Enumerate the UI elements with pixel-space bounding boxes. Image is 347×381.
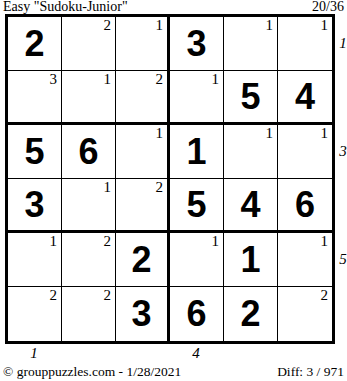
corner-mark: 1: [212, 234, 220, 249]
corner-mark: 1: [156, 126, 164, 141]
row-label-1: 1: [339, 36, 347, 51]
cell-r2c5[interactable]: 5: [224, 71, 278, 125]
cell-r2c3[interactable]: 2: [116, 71, 170, 125]
cell-r6c6[interactable]: 2: [278, 287, 332, 341]
corner-mark: 2: [156, 180, 164, 195]
puzzle-page: Easy "Sudoku-Junior" 20/36 2213113121545…: [0, 0, 347, 381]
corner-mark: 1: [50, 234, 58, 249]
cell-r4c6[interactable]: 6: [278, 179, 332, 233]
corner-mark: 1: [321, 126, 329, 141]
cell-r3c3[interactable]: 1: [116, 125, 170, 179]
cell-r5c6[interactable]: 1: [278, 233, 332, 287]
cell-r3c4[interactable]: 1: [170, 125, 224, 179]
cell-r4c3[interactable]: 2: [116, 179, 170, 233]
cell-r5c1[interactable]: 1: [8, 233, 62, 287]
corner-mark: 1: [266, 18, 274, 33]
given-digit: 5: [8, 125, 61, 178]
cell-r2c1[interactable]: 3: [8, 71, 62, 125]
corner-mark: 1: [104, 180, 112, 195]
cell-r6c2[interactable]: 2: [62, 287, 116, 341]
given-digit: 3: [8, 179, 61, 230]
given-digit: 1: [170, 125, 223, 178]
cell-r1c4[interactable]: 3: [170, 17, 224, 71]
given-digit: 5: [170, 179, 223, 230]
corner-mark: 2: [104, 288, 112, 303]
cell-r1c6[interactable]: 1: [278, 17, 332, 71]
given-digit: 2: [116, 233, 167, 286]
cell-r6c4[interactable]: 6: [170, 287, 224, 341]
given-digit: 6: [278, 179, 332, 230]
cell-r5c2[interactable]: 2: [62, 233, 116, 287]
cell-r6c5[interactable]: 2: [224, 287, 278, 341]
cell-r1c2[interactable]: 2: [62, 17, 116, 71]
cell-r3c2[interactable]: 6: [62, 125, 116, 179]
corner-mark: 1: [212, 72, 220, 87]
corner-mark: 1: [321, 234, 329, 249]
cell-r4c1[interactable]: 3: [8, 179, 62, 233]
page-title: Easy "Sudoku-Junior": [3, 0, 128, 14]
given-digit: 2: [224, 287, 277, 341]
given-digit: 3: [116, 287, 167, 341]
corner-mark: 2: [104, 234, 112, 249]
cell-r2c4[interactable]: 1: [170, 71, 224, 125]
corner-mark: 2: [50, 288, 58, 303]
cell-r5c4[interactable]: 1: [170, 233, 224, 287]
cell-r5c5[interactable]: 1: [224, 233, 278, 287]
given-digit: 6: [62, 125, 115, 178]
corner-mark: 2: [321, 288, 329, 303]
cell-r2c6[interactable]: 4: [278, 71, 332, 125]
corner-mark: 2: [104, 18, 112, 33]
corner-mark: 2: [156, 72, 164, 87]
cell-r3c5[interactable]: 1: [224, 125, 278, 179]
given-digit: 4: [278, 71, 332, 122]
given-digit: 2: [8, 17, 61, 70]
cell-counter: 20/36: [312, 0, 344, 14]
cell-r6c3[interactable]: 3: [116, 287, 170, 341]
corner-mark: 1: [104, 72, 112, 87]
given-digit: 6: [170, 287, 223, 341]
corner-mark: 1: [156, 18, 164, 33]
given-digit: 3: [170, 17, 223, 70]
col-label-1: 1: [28, 346, 40, 361]
cell-r4c4[interactable]: 5: [170, 179, 224, 233]
cell-r1c1[interactable]: 2: [8, 17, 62, 71]
corner-mark: 1: [266, 126, 274, 141]
cell-r3c1[interactable]: 5: [8, 125, 62, 179]
corner-mark: 3: [50, 72, 58, 87]
cell-r2c2[interactable]: 1: [62, 71, 116, 125]
given-digit: 5: [224, 71, 277, 122]
row-label-5: 5: [339, 252, 347, 267]
cell-r1c5[interactable]: 1: [224, 17, 278, 71]
copyright-text: © grouppuzzles.com - 1/28/2021: [3, 364, 181, 379]
given-digit: 1: [224, 233, 277, 286]
cell-r1c3[interactable]: 1: [116, 17, 170, 71]
given-digit: 4: [224, 179, 277, 230]
cell-r4c2[interactable]: 1: [62, 179, 116, 233]
cell-r4c5[interactable]: 4: [224, 179, 278, 233]
cell-r3c6[interactable]: 1: [278, 125, 332, 179]
col-label-4: 4: [190, 346, 202, 361]
board-grid: 221311312154561111312546122111223622: [5, 14, 335, 344]
cell-r6c1[interactable]: 2: [8, 287, 62, 341]
corner-mark: 1: [321, 18, 329, 33]
difficulty-text: Diff: 3 / 971: [277, 364, 344, 379]
cell-r5c3[interactable]: 2: [116, 233, 170, 287]
row-label-3: 3: [339, 144, 347, 159]
